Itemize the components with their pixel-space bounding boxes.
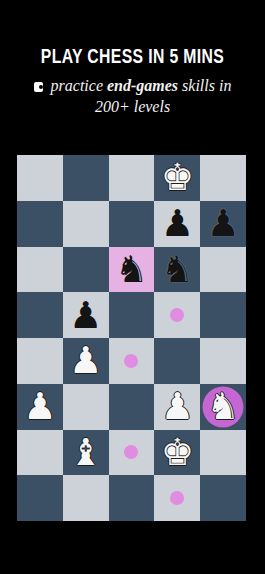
- square[interactable]: [17, 430, 63, 476]
- square[interactable]: [17, 155, 63, 201]
- app-store-screenshot: PLAY CHESS IN 5 MINS practice end-games …: [0, 0, 265, 574]
- square[interactable]: [200, 292, 246, 338]
- square[interactable]: [17, 475, 63, 521]
- square[interactable]: [200, 155, 246, 201]
- square[interactable]: [63, 201, 109, 247]
- piece-white-king[interactable]: ♚: [161, 430, 194, 475]
- chess-board[interactable]: ♚♟♟♞♞♟♟♟♟♞♝♚: [17, 155, 246, 521]
- piece-white-pawn[interactable]: ♟: [69, 338, 102, 383]
- square[interactable]: [154, 292, 200, 338]
- piece-black-pawn[interactable]: ♟: [161, 201, 194, 246]
- square[interactable]: ♟: [200, 201, 246, 247]
- square[interactable]: ♞: [154, 247, 200, 293]
- move-hint-dot[interactable]: [170, 491, 184, 505]
- subtitle-line-2: 200+ levels: [0, 96, 265, 117]
- square[interactable]: ♟: [63, 338, 109, 384]
- square[interactable]: ♟: [63, 292, 109, 338]
- square[interactable]: [63, 384, 109, 430]
- piece-black-knight[interactable]: ♞: [115, 247, 148, 292]
- square[interactable]: [63, 247, 109, 293]
- square[interactable]: [109, 430, 155, 476]
- headline: PLAY CHESS IN 5 MINS: [33, 44, 232, 68]
- move-hint-dot[interactable]: [170, 308, 184, 322]
- square[interactable]: [109, 292, 155, 338]
- square[interactable]: [63, 475, 109, 521]
- square[interactable]: [109, 338, 155, 384]
- square[interactable]: [17, 292, 63, 338]
- square[interactable]: [200, 475, 246, 521]
- square[interactable]: ♚: [154, 430, 200, 476]
- square[interactable]: [17, 338, 63, 384]
- move-hint-dot[interactable]: [124, 354, 138, 368]
- square[interactable]: ♝: [63, 430, 109, 476]
- piece-white-knight[interactable]: ♞: [207, 384, 240, 429]
- chess-bullet-icon: [34, 82, 43, 92]
- square[interactable]: ♟: [154, 384, 200, 430]
- piece-white-pawn[interactable]: ♟: [161, 384, 194, 429]
- square[interactable]: [109, 384, 155, 430]
- square[interactable]: [109, 201, 155, 247]
- square[interactable]: [200, 430, 246, 476]
- subtitle-line-1: practice end-games skills in: [0, 75, 265, 96]
- piece-white-pawn[interactable]: ♟: [23, 384, 56, 429]
- square[interactable]: ♞: [200, 384, 246, 430]
- square[interactable]: [17, 201, 63, 247]
- square[interactable]: [200, 338, 246, 384]
- square[interactable]: [63, 155, 109, 201]
- piece-white-bishop[interactable]: ♝: [69, 430, 102, 475]
- square[interactable]: ♞: [109, 247, 155, 293]
- header: PLAY CHESS IN 5 MINS practice end-games …: [0, 0, 265, 117]
- square[interactable]: [154, 475, 200, 521]
- piece-black-pawn[interactable]: ♟: [207, 201, 240, 246]
- subtitle-suffix: skills in: [178, 77, 231, 94]
- square[interactable]: ♟: [154, 201, 200, 247]
- move-hint-dot[interactable]: [124, 445, 138, 459]
- piece-white-king[interactable]: ♚: [161, 155, 194, 200]
- square[interactable]: ♚: [154, 155, 200, 201]
- square[interactable]: [154, 338, 200, 384]
- subtitle-emphasis: end-games: [107, 77, 178, 94]
- square[interactable]: ♟: [17, 384, 63, 430]
- piece-black-knight[interactable]: ♞: [161, 247, 194, 292]
- piece-black-pawn[interactable]: ♟: [69, 293, 102, 338]
- square[interactable]: [17, 247, 63, 293]
- subtitle-prefix: practice: [51, 77, 107, 94]
- square[interactable]: [109, 475, 155, 521]
- square[interactable]: [200, 247, 246, 293]
- square[interactable]: [109, 155, 155, 201]
